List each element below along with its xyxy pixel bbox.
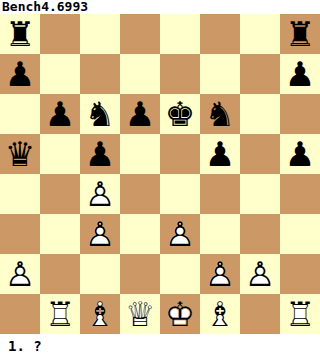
square-a8[interactable]: ♜ (0, 14, 40, 54)
black-knight-piece[interactable]: ♞ (80, 94, 120, 134)
piece-outline: ♙ (80, 174, 120, 214)
square-e1[interactable]: ♚♔ (160, 294, 200, 334)
square-a7[interactable]: ♟ (0, 54, 40, 94)
black-knight-piece[interactable]: ♞ (200, 94, 240, 134)
black-pawn-piece[interactable]: ♟ (200, 134, 240, 174)
square-b4[interactable] (40, 174, 80, 214)
square-a6[interactable] (0, 94, 40, 134)
square-h2[interactable] (280, 254, 320, 294)
piece-outline: ♙ (200, 254, 240, 294)
square-e8[interactable] (160, 14, 200, 54)
square-h7[interactable]: ♟ (280, 54, 320, 94)
square-g1[interactable] (240, 294, 280, 334)
square-c2[interactable] (80, 254, 120, 294)
square-h6[interactable] (280, 94, 320, 134)
square-h3[interactable] (280, 214, 320, 254)
square-d6[interactable]: ♟ (120, 94, 160, 134)
square-h1[interactable]: ♜♖ (280, 294, 320, 334)
square-d3[interactable] (120, 214, 160, 254)
piece-outline: ♔ (160, 294, 200, 334)
status-bar: 1. ? (0, 334, 320, 360)
piece-outline: ♙ (160, 214, 200, 254)
square-d8[interactable] (120, 14, 160, 54)
square-h5[interactable]: ♟ (280, 134, 320, 174)
square-f5[interactable]: ♟ (200, 134, 240, 174)
white-king-piece[interactable]: ♚♔ (160, 294, 200, 334)
square-f2[interactable]: ♟♙ (200, 254, 240, 294)
piece-outline: ♗ (200, 294, 240, 334)
square-b6[interactable]: ♟ (40, 94, 80, 134)
chess-app-window: Bench4.6993 ♜♜♟♟♟♞♟♚♞♛♟♟♟♟♙♟♙♟♙♟♙♟♙♟♙♜♖♝… (0, 0, 320, 360)
square-e2[interactable] (160, 254, 200, 294)
square-h8[interactable]: ♜ (280, 14, 320, 54)
white-queen-piece[interactable]: ♛♕ (120, 294, 160, 334)
square-b2[interactable] (40, 254, 80, 294)
white-pawn-piece[interactable]: ♟♙ (240, 254, 280, 294)
square-b3[interactable] (40, 214, 80, 254)
square-c4[interactable]: ♟♙ (80, 174, 120, 214)
square-g2[interactable]: ♟♙ (240, 254, 280, 294)
square-c8[interactable] (80, 14, 120, 54)
square-b8[interactable] (40, 14, 80, 54)
square-d2[interactable] (120, 254, 160, 294)
black-rook-piece[interactable]: ♜ (280, 14, 320, 54)
square-c6[interactable]: ♞ (80, 94, 120, 134)
square-b5[interactable] (40, 134, 80, 174)
square-b1[interactable]: ♜♖ (40, 294, 80, 334)
square-d5[interactable] (120, 134, 160, 174)
black-queen-piece[interactable]: ♛ (0, 134, 40, 174)
square-e6[interactable]: ♚ (160, 94, 200, 134)
square-c3[interactable]: ♟♙ (80, 214, 120, 254)
white-pawn-piece[interactable]: ♟♙ (80, 174, 120, 214)
square-e4[interactable] (160, 174, 200, 214)
black-pawn-piece[interactable]: ♟ (120, 94, 160, 134)
square-c1[interactable]: ♝♗ (80, 294, 120, 334)
square-a3[interactable] (0, 214, 40, 254)
square-c7[interactable] (80, 54, 120, 94)
square-f4[interactable] (200, 174, 240, 214)
square-c5[interactable]: ♟ (80, 134, 120, 174)
square-g3[interactable] (240, 214, 280, 254)
square-g6[interactable] (240, 94, 280, 134)
black-pawn-piece[interactable]: ♟ (0, 54, 40, 94)
square-e7[interactable] (160, 54, 200, 94)
square-b7[interactable] (40, 54, 80, 94)
square-e5[interactable] (160, 134, 200, 174)
square-f3[interactable] (200, 214, 240, 254)
black-pawn-piece[interactable]: ♟ (80, 134, 120, 174)
square-f7[interactable] (200, 54, 240, 94)
chess-board: ♜♜♟♟♟♞♟♚♞♛♟♟♟♟♙♟♙♟♙♟♙♟♙♟♙♜♖♝♗♛♕♚♔♝♗♜♖ (0, 14, 320, 334)
piece-outline: ♖ (40, 294, 80, 334)
move-prompt: 1. ? (8, 338, 42, 354)
square-g7[interactable] (240, 54, 280, 94)
black-pawn-piece[interactable]: ♟ (40, 94, 80, 134)
square-f8[interactable] (200, 14, 240, 54)
piece-outline: ♗ (80, 294, 120, 334)
piece-outline: ♕ (120, 294, 160, 334)
square-g8[interactable] (240, 14, 280, 54)
black-pawn-piece[interactable]: ♟ (280, 134, 320, 174)
square-a1[interactable] (0, 294, 40, 334)
white-pawn-piece[interactable]: ♟♙ (0, 254, 40, 294)
white-pawn-piece[interactable]: ♟♙ (160, 214, 200, 254)
square-f6[interactable]: ♞ (200, 94, 240, 134)
square-e3[interactable]: ♟♙ (160, 214, 200, 254)
white-rook-piece[interactable]: ♜♖ (280, 294, 320, 334)
white-pawn-piece[interactable]: ♟♙ (200, 254, 240, 294)
piece-outline: ♙ (240, 254, 280, 294)
square-h4[interactable] (280, 174, 320, 214)
square-g4[interactable] (240, 174, 280, 214)
black-rook-piece[interactable]: ♜ (0, 14, 40, 54)
window-title: Bench4.6993 (0, 0, 320, 14)
piece-outline: ♖ (280, 294, 320, 334)
square-a4[interactable] (0, 174, 40, 214)
square-d4[interactable] (120, 174, 160, 214)
black-king-piece[interactable]: ♚ (160, 94, 200, 134)
white-bishop-piece[interactable]: ♝♗ (80, 294, 120, 334)
square-g5[interactable] (240, 134, 280, 174)
piece-outline: ♙ (80, 214, 120, 254)
white-rook-piece[interactable]: ♜♖ (40, 294, 80, 334)
square-a5[interactable]: ♛ (0, 134, 40, 174)
black-pawn-piece[interactable]: ♟ (280, 54, 320, 94)
square-f1[interactable]: ♝♗ (200, 294, 240, 334)
square-d1[interactable]: ♛♕ (120, 294, 160, 334)
square-a2[interactable]: ♟♙ (0, 254, 40, 294)
white-pawn-piece[interactable]: ♟♙ (80, 214, 120, 254)
piece-outline: ♙ (0, 254, 40, 294)
square-d7[interactable] (120, 54, 160, 94)
white-bishop-piece[interactable]: ♝♗ (200, 294, 240, 334)
